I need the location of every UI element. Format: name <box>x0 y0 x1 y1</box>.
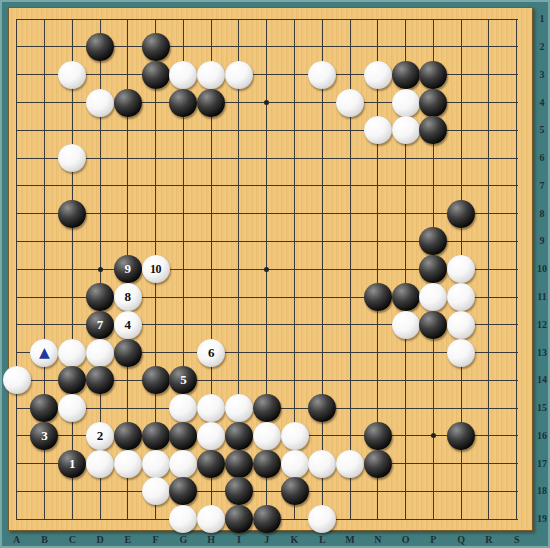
move-number-label: 6 <box>197 339 225 367</box>
white-stone[interactable] <box>197 422 225 450</box>
black-stone[interactable]: 7 <box>86 311 114 339</box>
black-stone[interactable] <box>253 450 281 478</box>
column-label: B <box>36 534 52 545</box>
triangle-marker: ▲ <box>30 338 58 366</box>
black-stone[interactable] <box>419 311 447 339</box>
white-stone[interactable] <box>308 61 336 89</box>
row-label: 8 <box>535 208 549 220</box>
row-label: 11 <box>535 291 549 303</box>
black-stone[interactable]: 1 <box>58 450 86 478</box>
white-stone[interactable]: 8 <box>114 283 142 311</box>
row-label: 6 <box>535 152 549 164</box>
black-stone[interactable] <box>114 89 142 117</box>
white-stone[interactable] <box>392 89 420 117</box>
column-label: J <box>259 534 275 545</box>
black-stone[interactable] <box>281 477 309 505</box>
white-stone[interactable] <box>86 339 114 367</box>
black-stone[interactable] <box>142 61 170 89</box>
star-point <box>98 267 103 272</box>
black-stone[interactable] <box>364 450 392 478</box>
white-stone[interactable] <box>364 116 392 144</box>
move-number-label: 7 <box>86 311 114 339</box>
white-stone[interactable] <box>58 339 86 367</box>
column-label: G <box>175 534 191 545</box>
move-number-label: 1 <box>58 450 86 478</box>
black-stone[interactable] <box>364 283 392 311</box>
black-stone[interactable] <box>114 422 142 450</box>
white-stone[interactable] <box>86 450 114 478</box>
column-label: L <box>314 534 330 545</box>
row-label: 3 <box>535 69 549 81</box>
grid-line-vertical <box>488 19 489 520</box>
white-stone[interactable] <box>225 61 253 89</box>
black-stone[interactable] <box>86 283 114 311</box>
white-stone[interactable]: 2 <box>86 422 114 450</box>
black-stone[interactable] <box>392 61 420 89</box>
column-label: Q <box>453 534 469 545</box>
black-stone[interactable]: 3 <box>30 422 58 450</box>
column-label: A <box>9 534 25 545</box>
row-label: 2 <box>535 41 549 53</box>
white-stone[interactable]: 10 <box>142 255 170 283</box>
move-number-label: 5 <box>169 366 197 394</box>
white-stone[interactable] <box>447 283 475 311</box>
white-stone[interactable]: ▲ <box>30 339 58 367</box>
move-number-label: 8 <box>114 283 142 311</box>
black-stone[interactable] <box>142 422 170 450</box>
black-stone[interactable] <box>392 283 420 311</box>
white-stone[interactable] <box>281 450 309 478</box>
column-label: C <box>64 534 80 545</box>
column-label: R <box>481 534 497 545</box>
row-label: 10 <box>535 263 549 275</box>
white-stone[interactable] <box>308 450 336 478</box>
black-stone[interactable] <box>253 394 281 422</box>
row-label: 14 <box>535 374 549 386</box>
black-stone[interactable] <box>197 89 225 117</box>
column-label: D <box>92 534 108 545</box>
white-stone[interactable] <box>336 450 364 478</box>
move-number-label: 3 <box>30 422 58 450</box>
white-stone[interactable] <box>142 450 170 478</box>
white-stone[interactable] <box>253 422 281 450</box>
black-stone[interactable] <box>225 422 253 450</box>
grid-line-horizontal <box>17 491 518 492</box>
black-stone[interactable]: 9 <box>114 255 142 283</box>
column-label: K <box>287 534 303 545</box>
white-stone[interactable] <box>225 394 253 422</box>
black-stone[interactable] <box>447 422 475 450</box>
move-number-label: 10 <box>142 255 170 283</box>
row-label: 17 <box>535 458 549 470</box>
row-label: 19 <box>535 513 549 525</box>
move-number-label: 9 <box>114 255 142 283</box>
black-stone[interactable] <box>197 450 225 478</box>
black-stone[interactable] <box>142 33 170 61</box>
column-label: S <box>509 534 525 545</box>
row-label: 16 <box>535 430 549 442</box>
row-label: 18 <box>535 485 549 497</box>
black-stone[interactable] <box>169 89 197 117</box>
black-stone[interactable] <box>225 450 253 478</box>
white-stone[interactable] <box>447 311 475 339</box>
go-board: 910874▲65321 ABCDEFGHIJKLMNOPQRS12345678… <box>0 0 550 548</box>
white-stone[interactable] <box>447 339 475 367</box>
row-label: 12 <box>535 319 549 331</box>
row-label: 5 <box>535 124 549 136</box>
row-label: 9 <box>535 235 549 247</box>
black-stone[interactable] <box>86 33 114 61</box>
white-stone[interactable] <box>3 366 31 394</box>
white-stone[interactable] <box>86 89 114 117</box>
white-stone[interactable]: 4 <box>114 311 142 339</box>
white-stone[interactable] <box>169 450 197 478</box>
black-stone[interactable] <box>142 366 170 394</box>
white-stone[interactable] <box>364 61 392 89</box>
black-stone[interactable] <box>253 505 281 533</box>
white-stone[interactable] <box>281 422 309 450</box>
column-label: P <box>425 534 441 545</box>
row-label: 4 <box>535 97 549 109</box>
black-stone[interactable] <box>419 61 447 89</box>
white-stone[interactable] <box>197 61 225 89</box>
black-stone[interactable] <box>447 200 475 228</box>
column-label: F <box>148 534 164 545</box>
white-stone[interactable] <box>114 450 142 478</box>
row-label: 7 <box>535 180 549 192</box>
grid-line-vertical <box>516 19 517 520</box>
move-number-label: 4 <box>114 311 142 339</box>
column-label: N <box>370 534 386 545</box>
column-label: I <box>231 534 247 545</box>
black-stone[interactable] <box>419 89 447 117</box>
row-label: 13 <box>535 347 549 359</box>
grid-line-vertical <box>322 19 323 520</box>
row-label: 15 <box>535 402 549 414</box>
black-stone[interactable] <box>364 422 392 450</box>
column-label: E <box>120 534 136 545</box>
black-stone[interactable] <box>58 200 86 228</box>
white-stone[interactable] <box>392 311 420 339</box>
white-stone[interactable] <box>392 116 420 144</box>
row-label: 1 <box>535 13 549 25</box>
column-label: O <box>398 534 414 545</box>
black-stone[interactable] <box>225 505 253 533</box>
white-stone[interactable] <box>336 89 364 117</box>
white-stone[interactable] <box>142 477 170 505</box>
white-stone[interactable] <box>169 61 197 89</box>
move-number-label: 2 <box>86 422 114 450</box>
star-point <box>264 267 269 272</box>
white-stone[interactable] <box>58 61 86 89</box>
column-label: H <box>203 534 219 545</box>
white-stone[interactable]: 6 <box>197 339 225 367</box>
black-stone[interactable] <box>114 339 142 367</box>
column-label: M <box>342 534 358 545</box>
black-stone[interactable]: 5 <box>169 366 197 394</box>
